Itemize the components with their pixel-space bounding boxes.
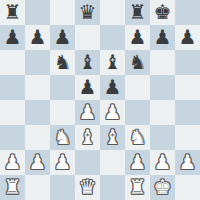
black-knight-icon[interactable]: ♞ <box>54 50 72 75</box>
black-rook-icon[interactable]: ♜ <box>129 0 147 25</box>
square-e7[interactable] <box>100 25 125 50</box>
square-b7[interactable]: ♟ <box>25 25 50 50</box>
square-c8[interactable] <box>50 0 75 25</box>
white-knight-icon[interactable]: ♞ <box>129 125 147 150</box>
black-king-icon[interactable]: ♚ <box>154 0 172 25</box>
square-h1[interactable] <box>175 175 200 200</box>
square-g4[interactable] <box>150 100 175 125</box>
square-f4[interactable] <box>125 100 150 125</box>
black-bishop-icon[interactable]: ♝ <box>104 50 122 75</box>
square-a1[interactable]: ♜ <box>0 175 25 200</box>
black-pawn-icon[interactable]: ♟ <box>79 75 97 100</box>
square-h6[interactable] <box>175 50 200 75</box>
square-c2[interactable]: ♟ <box>50 150 75 175</box>
square-d4[interactable]: ♟ <box>75 100 100 125</box>
square-b3[interactable] <box>25 125 50 150</box>
square-d8[interactable]: ♛ <box>75 0 100 25</box>
square-d1[interactable]: ♛ <box>75 175 100 200</box>
square-h4[interactable] <box>175 100 200 125</box>
square-d3[interactable]: ♝ <box>75 125 100 150</box>
square-g7[interactable]: ♟ <box>150 25 175 50</box>
square-c7[interactable]: ♟ <box>50 25 75 50</box>
white-pawn-icon[interactable]: ♟ <box>154 150 172 175</box>
square-g5[interactable] <box>150 75 175 100</box>
square-g8[interactable]: ♚ <box>150 0 175 25</box>
square-b1[interactable] <box>25 175 50 200</box>
black-pawn-icon[interactable]: ♟ <box>29 25 47 50</box>
square-h5[interactable] <box>175 75 200 100</box>
square-a4[interactable] <box>0 100 25 125</box>
square-d2[interactable] <box>75 150 100 175</box>
black-pawn-icon[interactable]: ♟ <box>179 25 197 50</box>
black-knight-icon[interactable]: ♞ <box>129 50 147 75</box>
white-rook-icon[interactable]: ♜ <box>4 175 22 200</box>
square-d6[interactable]: ♝ <box>75 50 100 75</box>
black-bishop-icon[interactable]: ♝ <box>79 50 97 75</box>
square-g3[interactable] <box>150 125 175 150</box>
square-f7[interactable]: ♟ <box>125 25 150 50</box>
black-queen-icon[interactable]: ♛ <box>79 0 97 25</box>
square-g1[interactable]: ♚ <box>150 175 175 200</box>
white-pawn-icon[interactable]: ♟ <box>179 150 197 175</box>
square-a7[interactable]: ♟ <box>0 25 25 50</box>
white-king-icon[interactable]: ♚ <box>154 175 172 200</box>
black-pawn-icon[interactable]: ♟ <box>104 75 122 100</box>
square-b2[interactable]: ♟ <box>25 150 50 175</box>
square-g6[interactable] <box>150 50 175 75</box>
square-h8[interactable] <box>175 0 200 25</box>
square-e8[interactable] <box>100 0 125 25</box>
black-pawn-icon[interactable]: ♟ <box>54 25 72 50</box>
white-pawn-icon[interactable]: ♟ <box>129 150 147 175</box>
white-queen-icon[interactable]: ♛ <box>79 175 97 200</box>
black-pawn-icon[interactable]: ♟ <box>4 25 22 50</box>
square-f2[interactable]: ♟ <box>125 150 150 175</box>
square-f5[interactable] <box>125 75 150 100</box>
white-rook-icon[interactable]: ♜ <box>129 175 147 200</box>
square-a5[interactable] <box>0 75 25 100</box>
square-e4[interactable]: ♟ <box>100 100 125 125</box>
white-pawn-icon[interactable]: ♟ <box>4 150 22 175</box>
square-f8[interactable]: ♜ <box>125 0 150 25</box>
square-a8[interactable]: ♜ <box>0 0 25 25</box>
square-h3[interactable] <box>175 125 200 150</box>
square-g2[interactable]: ♟ <box>150 150 175 175</box>
black-rook-icon[interactable]: ♜ <box>4 0 22 25</box>
square-d7[interactable] <box>75 25 100 50</box>
square-e2[interactable] <box>100 150 125 175</box>
square-b6[interactable] <box>25 50 50 75</box>
square-h2[interactable]: ♟ <box>175 150 200 175</box>
chess-board: ♜♛♜♚♟♟♟♟♟♟♞♝♝♞♟♟♟♟♞♝♝♞♟♟♟♟♟♟♜♛♜♚ <box>0 0 200 200</box>
square-d5[interactable]: ♟ <box>75 75 100 100</box>
white-bishop-icon[interactable]: ♝ <box>79 125 97 150</box>
square-b8[interactable] <box>25 0 50 25</box>
white-knight-icon[interactable]: ♞ <box>54 125 72 150</box>
square-f6[interactable]: ♞ <box>125 50 150 75</box>
square-f1[interactable]: ♜ <box>125 175 150 200</box>
square-c6[interactable]: ♞ <box>50 50 75 75</box>
square-b4[interactable] <box>25 100 50 125</box>
square-c1[interactable] <box>50 175 75 200</box>
square-e3[interactable]: ♝ <box>100 125 125 150</box>
square-e1[interactable] <box>100 175 125 200</box>
square-f3[interactable]: ♞ <box>125 125 150 150</box>
white-pawn-icon[interactable]: ♟ <box>29 150 47 175</box>
square-c3[interactable]: ♞ <box>50 125 75 150</box>
white-bishop-icon[interactable]: ♝ <box>104 125 122 150</box>
square-b5[interactable] <box>25 75 50 100</box>
black-pawn-icon[interactable]: ♟ <box>154 25 172 50</box>
black-pawn-icon[interactable]: ♟ <box>129 25 147 50</box>
square-e5[interactable]: ♟ <box>100 75 125 100</box>
square-c5[interactable] <box>50 75 75 100</box>
white-pawn-icon[interactable]: ♟ <box>104 100 122 125</box>
square-c4[interactable] <box>50 100 75 125</box>
square-a2[interactable]: ♟ <box>0 150 25 175</box>
white-pawn-icon[interactable]: ♟ <box>54 150 72 175</box>
white-pawn-icon[interactable]: ♟ <box>79 100 97 125</box>
square-e6[interactable]: ♝ <box>100 50 125 75</box>
square-a6[interactable] <box>0 50 25 75</box>
square-a3[interactable] <box>0 125 25 150</box>
square-h7[interactable]: ♟ <box>175 25 200 50</box>
